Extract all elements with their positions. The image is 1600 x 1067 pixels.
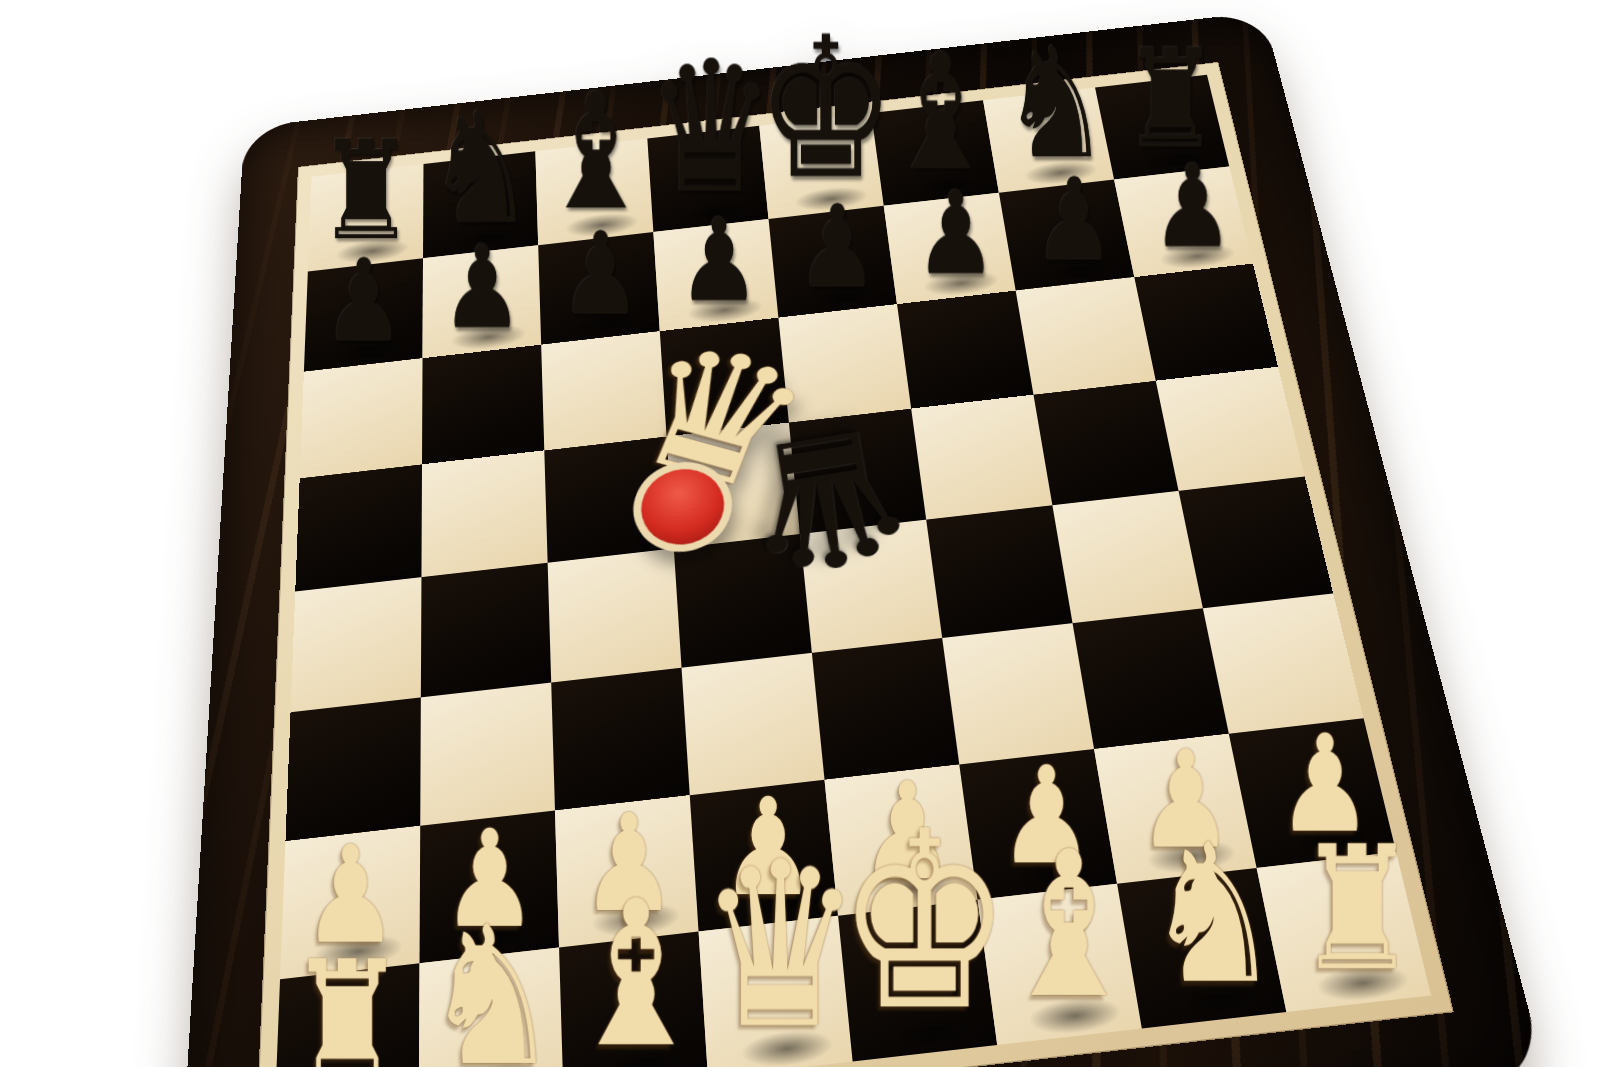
- scene: ♜♞♝♛♚♝♞♜♟♟♟♟♟♟♟♟♟♟♟♟♟♟♟♟♜♞♝♛♚♝♞♜ ♛♛: [0, 0, 1600, 1067]
- square-c1: ♝: [559, 931, 708, 1067]
- piece-white-bishop-c1: ♝: [563, 875, 707, 1067]
- piece-black-pawn-h7: ♟: [1151, 149, 1233, 263]
- board-shadow-wrap: ♜♞♝♛♚♝♞♜♟♟♟♟♟♟♟♟♟♟♟♟♟♟♟♟♜♞♝♛♚♝♞♜ ♛♛: [0, 0, 1600, 1067]
- maple-border: ♜♞♝♛♚♝♞♜♟♟♟♟♟♟♟♟♟♟♟♟♟♟♟♟♜♞♝♛♚♝♞♜ ♛♛: [255, 62, 1454, 1067]
- square-f1: ♝: [978, 883, 1142, 1044]
- piece-black-pawn-e7: ♟: [796, 190, 878, 304]
- piece-white-bishop-f1: ♝: [996, 825, 1140, 1026]
- piece-black-pawn-c7: ♟: [559, 217, 641, 331]
- photo-canvas: ♜♞♝♛♚♝♞♜♟♟♟♟♟♟♟♟♟♟♟♟♟♟♟♟♜♞♝♛♚♝♞♜ ♛♛: [0, 0, 1600, 1067]
- piece-black-king-e8: ♚: [756, 11, 896, 206]
- piece-black-pawn-b7: ♟: [441, 230, 523, 344]
- piece-black-pawn-f7: ♟: [914, 176, 996, 290]
- chess-board: ♜♞♝♛♚♝♞♜♟♟♟♟♟♟♟♟♟♟♟♟♟♟♟♟♜♞♝♛♚♝♞♜ ♛♛: [177, 11, 1548, 1067]
- piece-white-knight-g1: ♞: [1143, 818, 1281, 1010]
- square-e1: ♚: [838, 899, 997, 1061]
- piece-white-knight-b1: ♞: [422, 900, 560, 1067]
- square-d1: ♛: [699, 915, 853, 1067]
- board-grid: ♜♞♝♛♚♝♞♜♟♟♟♟♟♟♟♟♟♟♟♟♟♟♟♟♜♞♝♛♚♝♞♜: [274, 74, 1431, 1067]
- piece-black-pawn-d7: ♟: [678, 203, 760, 317]
- piece-white-rook-h1: ♜: [1295, 822, 1418, 994]
- piece-white-king-e1: ♚: [836, 798, 1011, 1043]
- square-b1: ♞: [419, 947, 564, 1067]
- square-a1: ♜: [274, 963, 419, 1067]
- piece-black-pawn-g7: ♟: [1033, 163, 1115, 277]
- piece-white-rook-a1: ♜: [285, 937, 408, 1067]
- piece-black-pawn-a7: ♟: [322, 244, 404, 358]
